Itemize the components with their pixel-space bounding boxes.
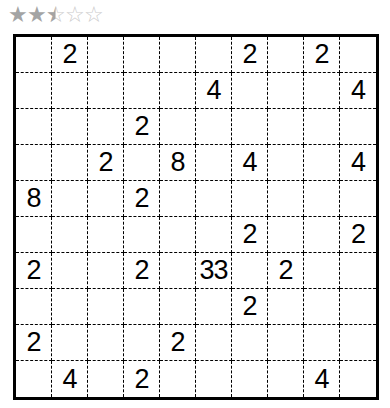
cell-r7c3[interactable] — [88, 253, 124, 289]
cell-r1c10[interactable] — [340, 37, 376, 73]
cell-r7c2[interactable] — [52, 253, 88, 289]
cell-r8c9[interactable] — [304, 289, 340, 325]
cell-r9c8[interactable] — [268, 325, 304, 361]
cell-r9c6[interactable] — [196, 325, 232, 361]
cell-r2c7[interactable] — [232, 73, 268, 109]
cell-r5c1: 8 — [16, 181, 52, 217]
cell-r3c7[interactable] — [232, 109, 268, 145]
star-2-full-icon: ★ — [27, 2, 46, 28]
cell-r10c5[interactable] — [160, 361, 196, 397]
cell-r5c3[interactable] — [88, 181, 124, 217]
cell-r6c3[interactable] — [88, 217, 124, 253]
cell-r3c4: 2 — [124, 109, 160, 145]
cell-r8c4[interactable] — [124, 289, 160, 325]
cell-r4c7: 4 — [232, 145, 268, 181]
star-5-empty-icon: ☆ — [84, 2, 103, 28]
cell-r9c7[interactable] — [232, 325, 268, 361]
cell-r3c5[interactable] — [160, 109, 196, 145]
cell-r2c3[interactable] — [88, 73, 124, 109]
cell-r3c9[interactable] — [304, 109, 340, 145]
cell-r6c7: 2 — [232, 217, 268, 253]
cell-r8c5[interactable] — [160, 289, 196, 325]
tapa-board: 2224422844822222332222424 — [13, 34, 379, 400]
cell-r3c2[interactable] — [52, 109, 88, 145]
cell-r10c2: 4 — [52, 361, 88, 397]
cell-r1c3[interactable] — [88, 37, 124, 73]
cell-r2c6: 4 — [196, 73, 232, 109]
cell-r9c9[interactable] — [304, 325, 340, 361]
cell-r1c5[interactable] — [160, 37, 196, 73]
cell-r5c4: 2 — [124, 181, 160, 217]
cell-r8c6[interactable] — [196, 289, 232, 325]
cell-r7c9[interactable] — [304, 253, 340, 289]
cell-r1c7: 2 — [232, 37, 268, 73]
cell-r4c6[interactable] — [196, 145, 232, 181]
cell-r7c1: 2 — [16, 253, 52, 289]
cell-r1c8[interactable] — [268, 37, 304, 73]
cell-r4c2[interactable] — [52, 145, 88, 181]
cell-r10c8[interactable] — [268, 361, 304, 397]
cell-r5c5[interactable] — [160, 181, 196, 217]
tapa-puzzle-page: ★★☆★☆☆ 2224422844822222332222424 — [0, 0, 390, 408]
star-4-empty-icon: ☆ — [65, 2, 84, 28]
cell-r6c10: 2 — [340, 217, 376, 253]
cell-r2c4[interactable] — [124, 73, 160, 109]
cell-r2c10: 4 — [340, 73, 376, 109]
cell-r6c4[interactable] — [124, 217, 160, 253]
cell-r9c1: 2 — [16, 325, 52, 361]
cell-r5c7[interactable] — [232, 181, 268, 217]
cell-r3c1[interactable] — [16, 109, 52, 145]
cell-r10c1[interactable] — [16, 361, 52, 397]
cell-r7c6: 33 — [196, 253, 232, 289]
cell-r8c8[interactable] — [268, 289, 304, 325]
cell-r3c8[interactable] — [268, 109, 304, 145]
cell-r1c1[interactable] — [16, 37, 52, 73]
cell-r8c10[interactable] — [340, 289, 376, 325]
cell-r9c3[interactable] — [88, 325, 124, 361]
star-3-half-icon: ☆★ — [46, 2, 65, 28]
cell-r5c10[interactable] — [340, 181, 376, 217]
cell-r1c9: 2 — [304, 37, 340, 73]
star-1-full-icon: ★ — [8, 2, 27, 28]
cell-r6c1[interactable] — [16, 217, 52, 253]
cell-r2c1[interactable] — [16, 73, 52, 109]
cell-r7c8: 2 — [268, 253, 304, 289]
cell-r8c1[interactable] — [16, 289, 52, 325]
cell-r8c3[interactable] — [88, 289, 124, 325]
cell-r4c9[interactable] — [304, 145, 340, 181]
cell-r3c6[interactable] — [196, 109, 232, 145]
cell-r2c5[interactable] — [160, 73, 196, 109]
cell-r6c2[interactable] — [52, 217, 88, 253]
cell-r7c10[interactable] — [340, 253, 376, 289]
cell-r9c10[interactable] — [340, 325, 376, 361]
cell-r10c6[interactable] — [196, 361, 232, 397]
cell-r1c6[interactable] — [196, 37, 232, 73]
cell-r9c4[interactable] — [124, 325, 160, 361]
cell-r10c9: 4 — [304, 361, 340, 397]
cell-r7c4: 2 — [124, 253, 160, 289]
cell-r10c3[interactable] — [88, 361, 124, 397]
cell-r6c8[interactable] — [268, 217, 304, 253]
cell-r7c5[interactable] — [160, 253, 196, 289]
cell-r10c7[interactable] — [232, 361, 268, 397]
cell-r3c10[interactable] — [340, 109, 376, 145]
cell-r6c5[interactable] — [160, 217, 196, 253]
cell-r6c6[interactable] — [196, 217, 232, 253]
cell-r1c2: 2 — [52, 37, 88, 73]
cell-r2c8[interactable] — [268, 73, 304, 109]
cell-r4c1[interactable] — [16, 145, 52, 181]
cell-r5c2[interactable] — [52, 181, 88, 217]
cell-r9c2[interactable] — [52, 325, 88, 361]
cell-r4c5: 8 — [160, 145, 196, 181]
difficulty-rating: ★★☆★☆☆ — [8, 2, 103, 28]
cell-r9c5: 2 — [160, 325, 196, 361]
cell-r5c6[interactable] — [196, 181, 232, 217]
cell-r5c8[interactable] — [268, 181, 304, 217]
cell-r3c3[interactable] — [88, 109, 124, 145]
cell-r4c8[interactable] — [268, 145, 304, 181]
cell-r2c2[interactable] — [52, 73, 88, 109]
cell-r10c4: 2 — [124, 361, 160, 397]
cell-r1c4[interactable] — [124, 37, 160, 73]
cell-r5c9[interactable] — [304, 181, 340, 217]
cell-r2c9[interactable] — [304, 73, 340, 109]
cell-r4c3: 2 — [88, 145, 124, 181]
cell-r4c4[interactable] — [124, 145, 160, 181]
cell-r8c7: 2 — [232, 289, 268, 325]
cell-r4c10: 4 — [340, 145, 376, 181]
cell-r6c9[interactable] — [304, 217, 340, 253]
cell-r8c2[interactable] — [52, 289, 88, 325]
cell-r7c7[interactable] — [232, 253, 268, 289]
cell-r10c10[interactable] — [340, 361, 376, 397]
